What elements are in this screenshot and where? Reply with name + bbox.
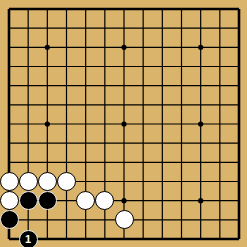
white-stone (19, 172, 38, 191)
move-1-stone: 1 (19, 230, 38, 247)
star-point (45, 121, 50, 126)
star-point (121, 198, 126, 203)
star-point (198, 198, 203, 203)
star-point (198, 45, 203, 50)
white-stone (0, 191, 19, 210)
white-stone (115, 210, 134, 229)
white-stone (57, 172, 76, 191)
black-stone (0, 210, 19, 229)
go-board-diagram: 1 (0, 0, 247, 247)
black-stone (38, 191, 57, 210)
star-point (198, 121, 203, 126)
star-point (121, 121, 126, 126)
star-point (45, 45, 50, 50)
move-number-label: 1 (25, 234, 31, 245)
white-stone (0, 172, 19, 191)
black-stone (19, 191, 38, 210)
white-stone (38, 172, 57, 191)
star-point (121, 45, 126, 50)
